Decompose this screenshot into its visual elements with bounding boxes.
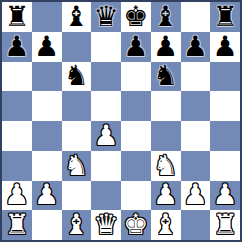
square-c3[interactable]: ♞ (62, 151, 92, 181)
square-h8[interactable]: ♜ (210, 2, 240, 32)
square-e4[interactable] (121, 121, 151, 151)
square-e1[interactable]: ♚ (121, 210, 151, 240)
square-c5[interactable] (62, 91, 92, 121)
square-e3[interactable] (121, 151, 151, 181)
square-f2[interactable]: ♟ (151, 181, 181, 211)
piece-white-queen[interactable]: ♛ (94, 211, 119, 239)
square-g8[interactable] (181, 2, 211, 32)
square-e5[interactable] (121, 91, 151, 121)
square-g5[interactable] (181, 91, 211, 121)
square-e2[interactable] (121, 181, 151, 211)
square-f6[interactable]: ♞ (151, 62, 181, 92)
square-c6[interactable]: ♞ (62, 62, 92, 92)
square-d4[interactable]: ♟ (91, 121, 121, 151)
piece-white-pawn[interactable]: ♟ (4, 181, 29, 209)
square-b4[interactable] (32, 121, 62, 151)
square-h3[interactable] (210, 151, 240, 181)
square-b6[interactable] (32, 62, 62, 92)
square-f1[interactable]: ♝ (151, 210, 181, 240)
piece-black-rook[interactable]: ♜ (213, 3, 238, 31)
square-c4[interactable] (62, 121, 92, 151)
square-c1[interactable]: ♝ (62, 210, 92, 240)
piece-black-pawn[interactable]: ♟ (34, 33, 59, 61)
piece-black-pawn[interactable]: ♟ (213, 33, 238, 61)
piece-white-knight[interactable]: ♞ (153, 152, 178, 180)
piece-white-bishop[interactable]: ♝ (64, 211, 89, 239)
chessboard: ♜♝♛♚♝♜♟♟♟♟♟♟♞♞♟♞♞♟♟♟♟♟♜♝♛♚♝♜ (0, 0, 242, 242)
square-g2[interactable]: ♟ (181, 181, 211, 211)
square-b5[interactable] (32, 91, 62, 121)
square-h5[interactable] (210, 91, 240, 121)
square-a6[interactable] (2, 62, 32, 92)
square-f7[interactable]: ♟ (151, 32, 181, 62)
square-a3[interactable] (2, 151, 32, 181)
square-a8[interactable]: ♜ (2, 2, 32, 32)
piece-black-knight[interactable]: ♞ (153, 62, 178, 90)
piece-white-pawn[interactable]: ♟ (94, 122, 119, 150)
piece-black-pawn[interactable]: ♟ (153, 33, 178, 61)
piece-white-rook[interactable]: ♜ (213, 211, 238, 239)
square-b7[interactable]: ♟ (32, 32, 62, 62)
square-a2[interactable]: ♟ (2, 181, 32, 211)
square-e6[interactable] (121, 62, 151, 92)
square-d6[interactable] (91, 62, 121, 92)
piece-white-bishop[interactable]: ♝ (153, 211, 178, 239)
square-h2[interactable]: ♟ (210, 181, 240, 211)
piece-black-knight[interactable]: ♞ (64, 62, 89, 90)
square-g6[interactable] (181, 62, 211, 92)
piece-white-king[interactable]: ♚ (123, 211, 148, 239)
piece-white-rook[interactable]: ♜ (4, 211, 29, 239)
piece-white-pawn[interactable]: ♟ (213, 181, 238, 209)
square-g7[interactable]: ♟ (181, 32, 211, 62)
square-f5[interactable] (151, 91, 181, 121)
piece-white-knight[interactable]: ♞ (64, 152, 89, 180)
square-f3[interactable]: ♞ (151, 151, 181, 181)
piece-black-bishop[interactable]: ♝ (153, 3, 178, 31)
piece-black-rook[interactable]: ♜ (4, 3, 29, 31)
piece-black-pawn[interactable]: ♟ (4, 33, 29, 61)
piece-white-pawn[interactable]: ♟ (183, 181, 208, 209)
square-d2[interactable] (91, 181, 121, 211)
square-d5[interactable] (91, 91, 121, 121)
square-b3[interactable] (32, 151, 62, 181)
square-a5[interactable] (2, 91, 32, 121)
square-g3[interactable] (181, 151, 211, 181)
square-c8[interactable]: ♝ (62, 2, 92, 32)
square-g1[interactable] (181, 210, 211, 240)
square-b1[interactable] (32, 210, 62, 240)
square-h1[interactable]: ♜ (210, 210, 240, 240)
square-a4[interactable] (2, 121, 32, 151)
square-h4[interactable] (210, 121, 240, 151)
piece-black-bishop[interactable]: ♝ (64, 3, 89, 31)
square-b8[interactable] (32, 2, 62, 32)
square-c7[interactable] (62, 32, 92, 62)
square-d8[interactable]: ♛ (91, 2, 121, 32)
square-f8[interactable]: ♝ (151, 2, 181, 32)
square-d3[interactable] (91, 151, 121, 181)
square-h6[interactable] (210, 62, 240, 92)
square-b2[interactable]: ♟ (32, 181, 62, 211)
square-e8[interactable]: ♚ (121, 2, 151, 32)
piece-black-queen[interactable]: ♛ (94, 3, 119, 31)
square-a1[interactable]: ♜ (2, 210, 32, 240)
square-h7[interactable]: ♟ (210, 32, 240, 62)
square-d1[interactable]: ♛ (91, 210, 121, 240)
square-a7[interactable]: ♟ (2, 32, 32, 62)
square-c2[interactable] (62, 181, 92, 211)
piece-white-pawn[interactable]: ♟ (153, 181, 178, 209)
piece-black-king[interactable]: ♚ (123, 3, 148, 31)
square-d7[interactable] (91, 32, 121, 62)
piece-black-pawn[interactable]: ♟ (123, 33, 148, 61)
piece-white-pawn[interactable]: ♟ (34, 181, 59, 209)
square-g4[interactable] (181, 121, 211, 151)
square-e7[interactable]: ♟ (121, 32, 151, 62)
piece-black-pawn[interactable]: ♟ (183, 33, 208, 61)
square-f4[interactable] (151, 121, 181, 151)
